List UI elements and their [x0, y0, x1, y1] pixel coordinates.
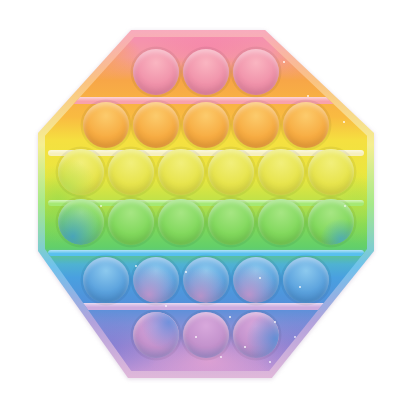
row-divider-5 [48, 303, 364, 310]
popit-row-yellow [45, 149, 367, 195]
popit-bubble-green-4[interactable] [208, 199, 254, 245]
popit-bubble-orange-5[interactable] [283, 102, 329, 148]
marble-swirl [58, 149, 104, 195]
pop-it-rim [38, 30, 374, 378]
popit-bubble-green-1[interactable] [58, 199, 104, 245]
popit-bubble-orange-4[interactable] [233, 102, 279, 148]
marble-swirl [133, 257, 179, 303]
row-divider-4 [48, 250, 364, 256]
popit-bubble-pink-1[interactable] [133, 49, 179, 95]
popit-bubble-green-6[interactable] [308, 199, 354, 245]
popit-bubble-green-5[interactable] [258, 199, 304, 245]
glitter-specks [45, 37, 47, 39]
popit-bubble-blue-2[interactable] [133, 257, 179, 303]
popit-bubble-blue-4[interactable] [233, 257, 279, 303]
popit-bubble-purple-3[interactable] [233, 312, 279, 358]
popit-row-green [45, 199, 367, 245]
popit-bubble-green-3[interactable] [158, 199, 204, 245]
marble-swirl [308, 199, 354, 245]
popit-bubble-green-2[interactable] [108, 199, 154, 245]
popit-bubble-orange-1[interactable] [83, 102, 129, 148]
popit-bubble-yellow-4[interactable] [208, 149, 254, 195]
popit-bubble-purple-1[interactable] [133, 312, 179, 358]
popit-bubble-blue-1[interactable] [83, 257, 129, 303]
popit-bubble-purple-2[interactable] [183, 312, 229, 358]
popit-bubble-orange-2[interactable] [133, 102, 179, 148]
popit-row-purple [45, 312, 367, 358]
popit-bubble-yellow-3[interactable] [158, 149, 204, 195]
pop-it-face [45, 37, 367, 371]
popit-bubble-orange-3[interactable] [183, 102, 229, 148]
popit-row-blue [45, 257, 367, 303]
popit-bubble-yellow-2[interactable] [108, 149, 154, 195]
marble-swirl [133, 312, 179, 358]
popit-bubble-blue-3[interactable] [183, 257, 229, 303]
popit-bubble-yellow-1[interactable] [58, 149, 104, 195]
popit-bubble-pink-3[interactable] [233, 49, 279, 95]
popit-row-orange [45, 102, 367, 148]
popit-bubble-blue-5[interactable] [283, 257, 329, 303]
popit-bubble-pink-2[interactable] [183, 49, 229, 95]
popit-bubble-yellow-5[interactable] [258, 149, 304, 195]
photo-canvas [0, 0, 400, 400]
popit-row-pink [45, 49, 367, 95]
pop-it-toy [0, 0, 400, 400]
marble-swirl [233, 257, 279, 303]
popit-bubble-yellow-6[interactable] [308, 149, 354, 195]
marble-swirl [233, 312, 279, 358]
marble-swirl [183, 257, 229, 303]
marble-swirl [58, 199, 104, 245]
